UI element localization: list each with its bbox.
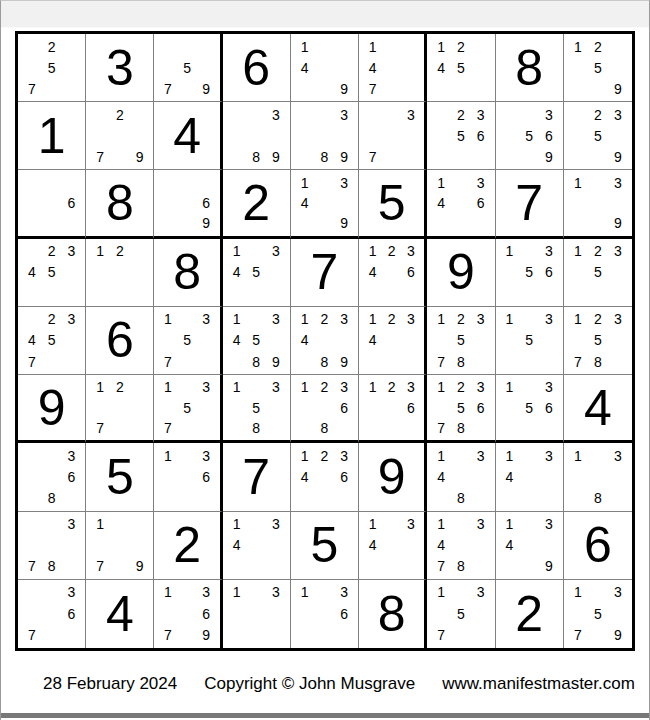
pencil-marks: 1349 (496, 512, 563, 579)
cell-r1c4[interactable]: 6 (223, 34, 291, 102)
candidate-digit: 3 (539, 514, 559, 535)
cell-r7c6[interactable]: 9 (359, 443, 427, 511)
candidate-digit: 7 (22, 625, 42, 646)
cell-r7c3[interactable]: 136 (154, 443, 222, 511)
candidate-digit: 3 (471, 445, 491, 466)
cell-value: 4 (106, 589, 134, 639)
candidate-digit: 5 (42, 57, 62, 78)
cell-value: 9 (378, 452, 406, 502)
pencil-marks: 135 (496, 307, 563, 374)
footer-date: 28 February 2024 (43, 674, 177, 694)
candidate-digit: 9 (608, 213, 628, 233)
pencil-marks: 279 (86, 102, 153, 169)
pencil-marks: 13679 (154, 580, 219, 648)
pencil-marks: 1235 (564, 239, 632, 306)
cell-r9c4[interactable]: 13 (223, 580, 291, 648)
candidate-digit: 7 (363, 78, 382, 99)
candidate-digit: 7 (431, 351, 451, 372)
candidate-digit: 3 (334, 377, 354, 397)
candidate-digit: 1 (568, 241, 588, 262)
candidate-digit: 3 (266, 582, 286, 603)
pencil-marks: 134 (223, 512, 290, 579)
cell-value: 8 (378, 589, 406, 639)
cell-r2c2[interactable]: 279 (86, 102, 154, 170)
candidate-digit: 1 (431, 445, 451, 466)
candidate-digit: 6 (471, 398, 491, 418)
candidate-digit: 1 (431, 377, 451, 397)
candidate-digit: 9 (334, 146, 354, 167)
pencil-marks: 134589 (223, 307, 290, 374)
candidate-digit: 2 (451, 36, 471, 57)
cell-r6c5[interactable]: 12368 (291, 375, 359, 443)
cell-r2c9[interactable]: 2359 (564, 102, 632, 170)
pencil-marks: 2345 (18, 239, 85, 306)
candidate-digit: 9 (334, 351, 354, 372)
candidate-digit: 3 (608, 104, 628, 125)
candidate-digit: 3 (471, 172, 491, 192)
cell-r5c4[interactable]: 134589 (223, 307, 291, 375)
cell-r6c1[interactable]: 9 (18, 375, 86, 443)
pencil-marks: 13 (223, 580, 290, 648)
cell-r5c6[interactable]: 1234 (359, 307, 427, 375)
candidate-digit: 1 (500, 309, 520, 330)
candidate-digit: 1 (227, 241, 247, 262)
cell-r3c1[interactable]: 6 (18, 170, 86, 238)
cell-r1c1[interactable]: 257 (18, 34, 86, 102)
candidate-digit: 4 (363, 57, 382, 78)
candidate-digit: 3 (608, 172, 628, 192)
cell-r8c6[interactable]: 134 (359, 512, 427, 580)
candidate-digit: 1 (158, 309, 177, 330)
cell-r2c3[interactable]: 4 (154, 102, 222, 170)
cell-r4c6[interactable]: 12346 (359, 239, 427, 307)
cell-value: 4 (584, 383, 612, 433)
cell-r1c9[interactable]: 1259 (564, 34, 632, 102)
cell-r4c9[interactable]: 1235 (564, 239, 632, 307)
candidate-digit: 6 (334, 603, 354, 624)
cell-r3c7[interactable]: 1346 (427, 170, 495, 238)
pencil-marks: 378 (18, 512, 85, 579)
footer-website[interactable]: www.manifestmaster.com (442, 674, 635, 694)
pencil-marks: 2356 (427, 102, 494, 169)
candidate-digit: 9 (197, 625, 216, 646)
candidate-digit: 5 (178, 57, 197, 78)
candidate-digit: 1 (431, 309, 451, 330)
candidate-digit: 8 (246, 146, 266, 167)
cell-r5c9[interactable]: 123578 (564, 307, 632, 375)
cell-r1c7[interactable]: 1245 (427, 34, 495, 102)
pencil-marks: 136 (291, 580, 358, 648)
candidate-digit: 5 (451, 57, 471, 78)
candidate-digit: 7 (90, 556, 110, 577)
pencil-marks: 1348 (427, 443, 494, 510)
cell-r4c5[interactable]: 7 (291, 239, 359, 307)
candidate-digit: 1 (363, 377, 382, 397)
candidate-digit: 2 (588, 309, 608, 330)
candidate-digit: 1 (363, 241, 382, 262)
candidate-digit: 9 (608, 146, 628, 167)
cell-value: 2 (173, 520, 201, 570)
cell-r5c1[interactable]: 23457 (18, 307, 86, 375)
candidate-digit: 1 (295, 445, 315, 466)
candidate-digit: 3 (401, 377, 420, 397)
candidate-digit: 1 (227, 377, 247, 397)
candidate-digit: 5 (451, 125, 471, 146)
cell-value: 9 (38, 383, 66, 433)
candidate-digit: 3 (334, 445, 354, 466)
cell-r3c5[interactable]: 1349 (291, 170, 359, 238)
candidate-digit: 1 (500, 514, 520, 535)
pencil-marks: 1259 (564, 34, 632, 101)
cell-r9c5[interactable]: 136 (291, 580, 359, 648)
candidate-digit: 3 (334, 172, 354, 192)
cell-r7c9[interactable]: 138 (564, 443, 632, 511)
cell-r5c7[interactable]: 123578 (427, 307, 495, 375)
cell-r3c2[interactable]: 8 (86, 170, 154, 238)
candidate-digit: 5 (588, 125, 608, 146)
cell-r5c3[interactable]: 1357 (154, 307, 222, 375)
candidate-digit: 3 (61, 582, 81, 603)
candidate-digit: 3 (61, 514, 81, 535)
candidate-digit: 4 (431, 57, 451, 78)
cell-r7c8[interactable]: 134 (496, 443, 564, 511)
candidate-digit: 4 (500, 535, 520, 556)
candidate-digit: 9 (334, 213, 354, 233)
cell-r6c9[interactable]: 4 (564, 375, 632, 443)
candidate-digit: 3 (61, 445, 81, 466)
candidate-digit: 2 (382, 241, 401, 262)
cell-r7c4[interactable]: 7 (223, 443, 291, 511)
candidate-digit: 6 (401, 262, 420, 283)
cell-r2c6[interactable]: 37 (359, 102, 427, 170)
candidate-digit: 2 (315, 377, 335, 397)
candidate-digit: 1 (295, 172, 315, 192)
cell-r8c8[interactable]: 1349 (496, 512, 564, 580)
candidate-digit: 5 (178, 398, 197, 418)
cell-value: 2 (242, 178, 270, 228)
candidate-digit: 1 (295, 309, 315, 330)
cell-value: 9 (447, 247, 475, 297)
cell-r6c2[interactable]: 127 (86, 375, 154, 443)
candidate-digit: 5 (42, 262, 62, 283)
candidate-digit: 7 (90, 146, 110, 167)
candidate-digit: 2 (42, 36, 62, 57)
candidate-digit: 1 (500, 377, 520, 397)
candidate-digit: 1 (227, 309, 247, 330)
cell-r2c1[interactable]: 1 (18, 102, 86, 170)
candidate-digit: 7 (363, 146, 382, 167)
cell-r8c1[interactable]: 378 (18, 512, 86, 580)
cell-value: 5 (378, 178, 406, 228)
pencil-marks: 13478 (427, 512, 494, 579)
candidate-digit: 9 (608, 625, 628, 646)
pencil-marks: 1236 (359, 375, 424, 440)
candidate-digit: 1 (363, 514, 382, 535)
candidate-digit: 3 (197, 445, 216, 466)
candidate-digit: 5 (451, 330, 471, 351)
candidate-digit: 9 (130, 556, 150, 577)
candidate-digit: 7 (431, 625, 451, 646)
candidate-digit: 3 (471, 377, 491, 397)
pencil-marks: 579 (154, 34, 219, 101)
candidate-digit: 2 (110, 241, 130, 262)
candidate-digit: 4 (22, 262, 42, 283)
candidate-digit: 3 (471, 514, 491, 535)
candidate-digit: 4 (431, 193, 451, 213)
cell-value: 6 (242, 43, 270, 93)
pencil-marks: 134 (359, 512, 424, 579)
cell-r9c7[interactable]: 1357 (427, 580, 495, 648)
candidate-digit: 1 (295, 582, 315, 603)
candidate-digit: 3 (197, 309, 216, 330)
pencil-marks: 6 (18, 170, 85, 235)
candidate-digit: 3 (608, 241, 628, 262)
cell-r4c8[interactable]: 1356 (496, 239, 564, 307)
candidate-digit: 5 (246, 330, 266, 351)
candidate-digit: 4 (295, 466, 315, 487)
cell-value: 5 (106, 452, 134, 502)
cell-r5c8[interactable]: 135 (496, 307, 564, 375)
candidate-digit: 3 (539, 241, 559, 262)
candidate-digit: 9 (130, 146, 150, 167)
pencil-marks: 139 (564, 170, 632, 235)
cell-r3c4[interactable]: 2 (223, 170, 291, 238)
cell-r9c8[interactable]: 2 (496, 580, 564, 648)
cell-r9c6[interactable]: 8 (359, 580, 427, 648)
candidate-digit: 9 (539, 146, 559, 167)
candidate-digit: 3 (471, 104, 491, 125)
candidate-digit: 2 (588, 104, 608, 125)
pencil-marks: 123489 (291, 307, 358, 374)
cell-r8c7[interactable]: 13478 (427, 512, 495, 580)
pencil-marks: 1357 (154, 375, 219, 440)
candidate-digit: 7 (158, 351, 177, 372)
candidate-digit: 1 (500, 241, 520, 262)
cell-r7c2[interactable]: 5 (86, 443, 154, 511)
cell-value: 7 (515, 178, 543, 228)
cell-r4c7[interactable]: 9 (427, 239, 495, 307)
pencil-marks: 1357 (427, 580, 494, 648)
pencil-marks: 1356 (496, 239, 563, 306)
cell-r7c1[interactable]: 368 (18, 443, 86, 511)
candidate-digit: 5 (42, 330, 62, 351)
pencil-marks: 1357 (154, 307, 219, 374)
candidate-digit: 3 (401, 241, 420, 262)
candidate-digit: 6 (197, 466, 216, 487)
candidate-digit: 5 (451, 398, 471, 418)
candidate-digit: 1 (227, 514, 247, 535)
page: 2573579614914712458125912794389389372356… (0, 0, 650, 720)
candidate-digit: 1 (158, 582, 177, 603)
candidate-digit: 5 (588, 330, 608, 351)
candidate-digit: 6 (61, 193, 81, 213)
cell-r7c7[interactable]: 1348 (427, 443, 495, 511)
candidate-digit: 3 (608, 309, 628, 330)
candidate-digit: 2 (315, 309, 335, 330)
candidate-digit: 1 (363, 36, 382, 57)
candidate-digit: 6 (401, 398, 420, 418)
cell-r2c4[interactable]: 389 (223, 102, 291, 170)
candidate-digit: 3 (61, 309, 81, 330)
cell-r8c4[interactable]: 134 (223, 512, 291, 580)
candidate-digit: 2 (451, 377, 471, 397)
candidate-digit: 4 (295, 57, 315, 78)
cell-r2c5[interactable]: 389 (291, 102, 359, 170)
candidate-digit: 9 (539, 556, 559, 577)
candidate-digit: 2 (588, 241, 608, 262)
candidate-digit: 6 (197, 193, 216, 213)
pencil-marks: 368 (18, 443, 85, 510)
candidate-digit: 2 (451, 309, 471, 330)
candidate-digit: 3 (401, 514, 420, 535)
candidate-digit: 7 (158, 418, 177, 438)
pencil-marks: 13579 (564, 580, 632, 648)
candidate-digit: 8 (451, 351, 471, 372)
pencil-marks: 3569 (496, 102, 563, 169)
pencil-marks: 2359 (564, 102, 632, 169)
candidate-digit: 3 (266, 241, 286, 262)
candidate-digit: 2 (382, 377, 401, 397)
candidate-digit: 6 (334, 466, 354, 487)
candidate-digit: 7 (431, 556, 451, 577)
cell-r5c5[interactable]: 123489 (291, 307, 359, 375)
cell-r1c2[interactable]: 3 (86, 34, 154, 102)
candidate-digit: 3 (401, 104, 420, 125)
pencil-marks: 1356 (496, 375, 563, 440)
cell-r4c2[interactable]: 12 (86, 239, 154, 307)
candidate-digit: 7 (22, 556, 42, 577)
pencil-marks: 1245 (427, 34, 494, 101)
candidate-digit: 6 (471, 193, 491, 213)
cell-r8c5[interactable]: 5 (291, 512, 359, 580)
cell-r3c3[interactable]: 69 (154, 170, 222, 238)
cell-value: 8 (515, 43, 543, 93)
candidate-digit: 6 (61, 466, 81, 487)
pencil-marks: 23457 (18, 307, 85, 374)
cell-r2c7[interactable]: 2356 (427, 102, 495, 170)
cell-r3c6[interactable]: 5 (359, 170, 427, 238)
cell-r6c4[interactable]: 1358 (223, 375, 291, 443)
cell-r2c8[interactable]: 3569 (496, 102, 564, 170)
pencil-marks: 136 (154, 443, 219, 510)
candidate-digit: 3 (266, 514, 286, 535)
pencil-marks: 1345 (223, 239, 290, 306)
cell-r1c5[interactable]: 149 (291, 34, 359, 102)
cell-value: 8 (173, 247, 201, 297)
cell-r9c1[interactable]: 367 (18, 580, 86, 648)
pencil-marks: 1358 (223, 375, 290, 440)
candidate-digit: 9 (608, 78, 628, 99)
cell-r5c2[interactable]: 6 (86, 307, 154, 375)
cell-r4c1[interactable]: 2345 (18, 239, 86, 307)
cell-r9c2[interactable]: 4 (86, 580, 154, 648)
pencil-marks: 123578 (564, 307, 632, 374)
pencil-marks: 12 (86, 239, 153, 306)
candidate-digit: 2 (451, 104, 471, 125)
pencil-marks: 134 (496, 443, 563, 510)
candidate-digit: 8 (315, 418, 335, 438)
candidate-digit: 5 (588, 603, 608, 624)
candidate-digit: 1 (158, 445, 177, 466)
pencil-marks: 127 (86, 375, 153, 440)
cell-value: 7 (311, 247, 339, 297)
cell-r6c8[interactable]: 1356 (496, 375, 564, 443)
candidate-digit: 3 (266, 104, 286, 125)
candidate-digit: 6 (197, 603, 216, 624)
cell-r6c3[interactable]: 1357 (154, 375, 222, 443)
candidate-digit: 3 (334, 582, 354, 603)
candidate-digit: 5 (451, 603, 471, 624)
cell-r6c6[interactable]: 1236 (359, 375, 427, 443)
cell-r3c9[interactable]: 139 (564, 170, 632, 238)
cell-r8c3[interactable]: 2 (154, 512, 222, 580)
candidate-digit: 4 (227, 330, 247, 351)
candidate-digit: 1 (431, 36, 451, 57)
candidate-digit: 7 (158, 78, 177, 99)
candidate-digit: 3 (539, 309, 559, 330)
candidate-digit: 4 (22, 330, 42, 351)
candidate-digit: 3 (266, 309, 286, 330)
pencil-marks: 1349 (291, 170, 358, 235)
pencil-marks: 12368 (291, 375, 358, 440)
candidate-digit: 4 (227, 535, 247, 556)
pencil-marks: 367 (18, 580, 85, 648)
cell-r7c5[interactable]: 12346 (291, 443, 359, 511)
candidate-digit: 3 (539, 445, 559, 466)
candidate-digit: 3 (266, 377, 286, 397)
cell-r4c3[interactable]: 8 (154, 239, 222, 307)
cell-r9c9[interactable]: 13579 (564, 580, 632, 648)
candidate-digit: 7 (568, 351, 588, 372)
cell-r8c2[interactable]: 179 (86, 512, 154, 580)
candidate-digit: 8 (588, 487, 608, 508)
candidate-digit: 1 (90, 377, 110, 397)
cell-r9c3[interactable]: 13679 (154, 580, 222, 648)
cell-r8c9[interactable]: 6 (564, 512, 632, 580)
pencil-marks: 123578 (427, 307, 494, 374)
candidate-digit: 5 (246, 398, 266, 418)
candidate-digit: 3 (197, 582, 216, 603)
candidate-digit: 1 (568, 582, 588, 603)
candidate-digit: 6 (539, 398, 559, 418)
cell-r6c7[interactable]: 1235678 (427, 375, 495, 443)
candidate-digit: 8 (451, 556, 471, 577)
cell-r1c8[interactable]: 8 (496, 34, 564, 102)
candidate-digit: 5 (519, 398, 539, 418)
candidate-digit: 9 (266, 146, 286, 167)
cell-r1c3[interactable]: 579 (154, 34, 222, 102)
candidate-digit: 6 (471, 125, 491, 146)
pencil-marks: 257 (18, 34, 85, 101)
candidate-digit: 4 (363, 535, 382, 556)
candidate-digit: 7 (90, 418, 110, 438)
cell-value: 6 (106, 315, 134, 365)
cell-r4c4[interactable]: 1345 (223, 239, 291, 307)
cell-r1c6[interactable]: 147 (359, 34, 427, 102)
candidate-digit: 2 (588, 36, 608, 57)
pencil-marks: 12346 (359, 239, 424, 306)
cell-value: 5 (311, 520, 339, 570)
candidate-digit: 8 (42, 487, 62, 508)
candidate-digit: 2 (110, 377, 130, 397)
candidate-digit: 7 (568, 625, 588, 646)
candidate-digit: 1 (227, 582, 247, 603)
cell-r3c8[interactable]: 7 (496, 170, 564, 238)
candidate-digit: 6 (61, 603, 81, 624)
candidate-digit: 5 (519, 330, 539, 351)
candidate-digit: 9 (266, 351, 286, 372)
candidate-digit: 5 (246, 262, 266, 283)
